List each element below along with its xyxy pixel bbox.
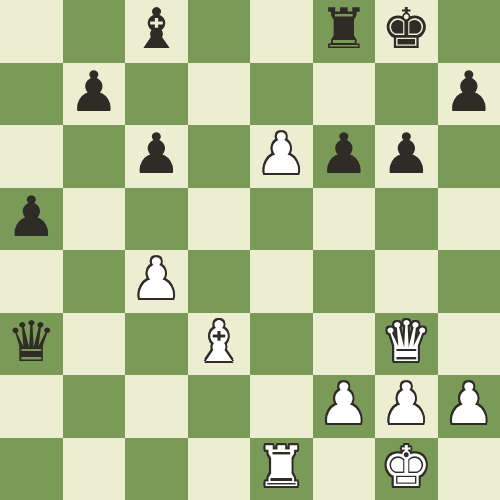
square-b1[interactable] xyxy=(63,438,126,500)
square-h2[interactable]: ♟ xyxy=(438,375,500,438)
square-g2[interactable]: ♟ xyxy=(375,375,438,438)
square-e3[interactable] xyxy=(250,313,313,376)
piece-black-pawn[interactable]: ♟ xyxy=(444,64,494,120)
square-e7[interactable] xyxy=(250,63,313,126)
square-a1[interactable] xyxy=(0,438,63,500)
square-a8[interactable] xyxy=(0,0,63,63)
piece-white-queen[interactable]: ♛ xyxy=(381,314,431,370)
square-b4[interactable] xyxy=(63,250,126,313)
square-e8[interactable] xyxy=(250,0,313,63)
piece-white-king[interactable]: ♚ xyxy=(381,439,431,495)
piece-black-pawn[interactable]: ♟ xyxy=(69,64,119,120)
square-c3[interactable] xyxy=(125,313,188,376)
square-f5[interactable] xyxy=(313,188,376,251)
square-d6[interactable] xyxy=(188,125,251,188)
piece-white-pawn[interactable]: ♟ xyxy=(381,376,431,432)
square-d2[interactable] xyxy=(188,375,251,438)
square-c2[interactable] xyxy=(125,375,188,438)
square-c8[interactable]: ♝ xyxy=(125,0,188,63)
square-g4[interactable] xyxy=(375,250,438,313)
square-g6[interactable]: ♟ xyxy=(375,125,438,188)
piece-black-pawn[interactable]: ♟ xyxy=(319,126,369,182)
square-h4[interactable] xyxy=(438,250,500,313)
square-d1[interactable] xyxy=(188,438,251,500)
square-a3[interactable]: ♛ xyxy=(0,313,63,376)
square-f3[interactable] xyxy=(313,313,376,376)
square-e1[interactable]: ♜ xyxy=(250,438,313,500)
square-b2[interactable] xyxy=(63,375,126,438)
square-c7[interactable] xyxy=(125,63,188,126)
square-d3[interactable]: ♝ xyxy=(188,313,251,376)
square-c4[interactable]: ♟ xyxy=(125,250,188,313)
square-a7[interactable] xyxy=(0,63,63,126)
square-b7[interactable]: ♟ xyxy=(63,63,126,126)
square-f4[interactable] xyxy=(313,250,376,313)
piece-black-bishop[interactable]: ♝ xyxy=(131,1,181,57)
square-h8[interactable] xyxy=(438,0,500,63)
chess-board: ♝♜♚♟♟♟♟♟♟♟♟♛♝♛♟♟♟♜♚ xyxy=(0,0,500,500)
piece-black-pawn[interactable]: ♟ xyxy=(131,126,181,182)
square-e6[interactable]: ♟ xyxy=(250,125,313,188)
square-g1[interactable]: ♚ xyxy=(375,438,438,500)
piece-white-pawn[interactable]: ♟ xyxy=(256,126,306,182)
square-h6[interactable] xyxy=(438,125,500,188)
piece-white-pawn[interactable]: ♟ xyxy=(444,376,494,432)
chess-board-container: ♝♜♚♟♟♟♟♟♟♟♟♛♝♛♟♟♟♜♚ xyxy=(0,0,500,500)
square-d8[interactable] xyxy=(188,0,251,63)
piece-black-pawn[interactable]: ♟ xyxy=(381,126,431,182)
square-a4[interactable] xyxy=(0,250,63,313)
piece-white-bishop[interactable]: ♝ xyxy=(194,314,244,370)
piece-white-pawn[interactable]: ♟ xyxy=(319,376,369,432)
square-e5[interactable] xyxy=(250,188,313,251)
piece-white-pawn[interactable]: ♟ xyxy=(131,251,181,307)
piece-black-pawn[interactable]: ♟ xyxy=(6,189,56,245)
square-f8[interactable]: ♜ xyxy=(313,0,376,63)
square-f6[interactable]: ♟ xyxy=(313,125,376,188)
square-h3[interactable] xyxy=(438,313,500,376)
square-d4[interactable] xyxy=(188,250,251,313)
piece-black-rook[interactable]: ♜ xyxy=(319,1,369,57)
square-b6[interactable] xyxy=(63,125,126,188)
square-a2[interactable] xyxy=(0,375,63,438)
square-d7[interactable] xyxy=(188,63,251,126)
square-c1[interactable] xyxy=(125,438,188,500)
square-c6[interactable]: ♟ xyxy=(125,125,188,188)
square-a6[interactable] xyxy=(0,125,63,188)
piece-black-queen[interactable]: ♛ xyxy=(6,314,56,370)
square-e2[interactable] xyxy=(250,375,313,438)
square-f7[interactable] xyxy=(313,63,376,126)
piece-black-king[interactable]: ♚ xyxy=(381,1,431,57)
square-f2[interactable]: ♟ xyxy=(313,375,376,438)
square-g3[interactable]: ♛ xyxy=(375,313,438,376)
square-e4[interactable] xyxy=(250,250,313,313)
square-g5[interactable] xyxy=(375,188,438,251)
square-b8[interactable] xyxy=(63,0,126,63)
square-h1[interactable] xyxy=(438,438,500,500)
square-h5[interactable] xyxy=(438,188,500,251)
square-g7[interactable] xyxy=(375,63,438,126)
piece-white-rook[interactable]: ♜ xyxy=(256,439,306,495)
square-h7[interactable]: ♟ xyxy=(438,63,500,126)
square-c5[interactable] xyxy=(125,188,188,251)
square-f1[interactable] xyxy=(313,438,376,500)
square-g8[interactable]: ♚ xyxy=(375,0,438,63)
square-d5[interactable] xyxy=(188,188,251,251)
square-a5[interactable]: ♟ xyxy=(0,188,63,251)
square-b5[interactable] xyxy=(63,188,126,251)
square-b3[interactable] xyxy=(63,313,126,376)
